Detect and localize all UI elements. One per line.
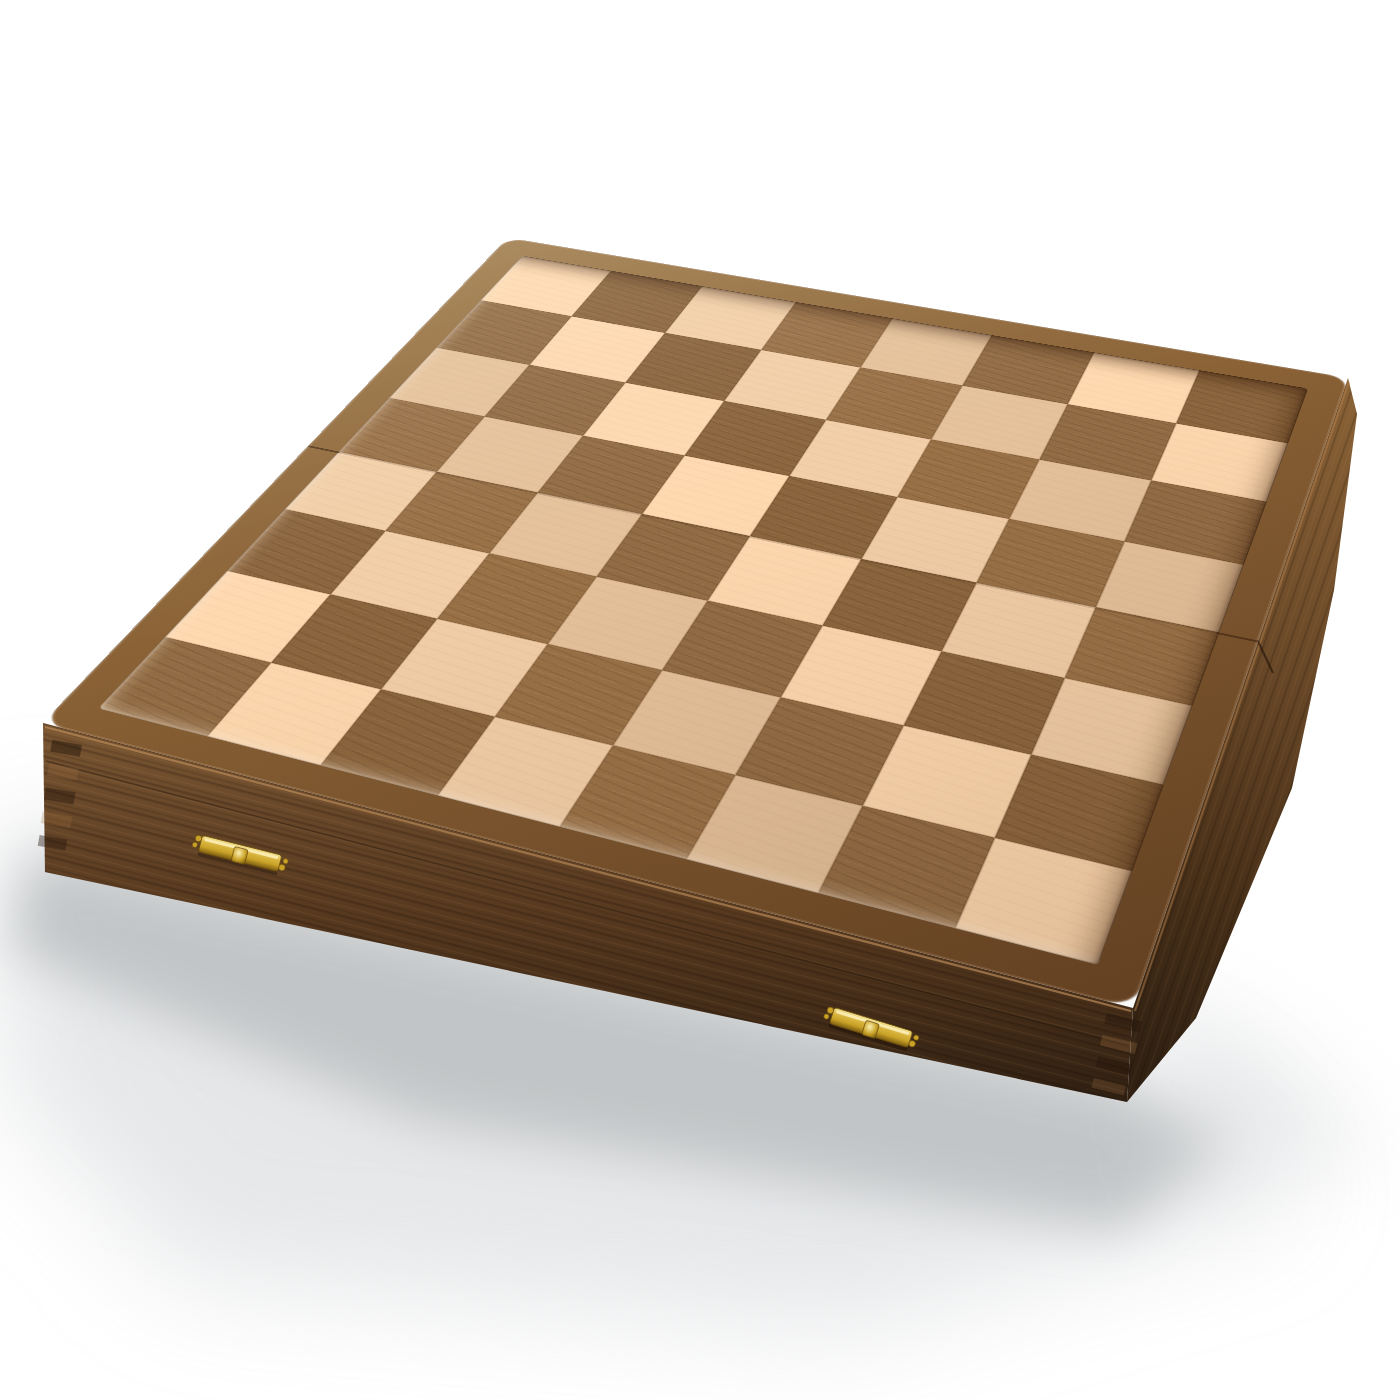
scene — [0, 0, 1400, 1400]
